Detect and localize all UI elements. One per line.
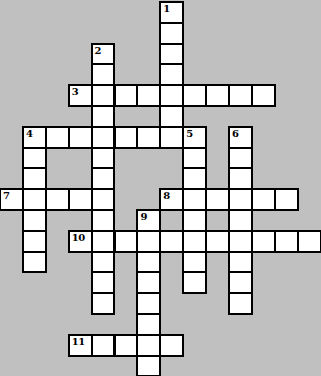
crossword-cell-r7c8[interactable] <box>182 147 207 170</box>
clue-number-4: 4 <box>26 128 32 139</box>
crossword-cell-r9c4[interactable] <box>91 188 116 211</box>
crossword-cell-r14c6[interactable] <box>136 292 161 315</box>
crossword-cell-r6c1[interactable]: 4 <box>22 126 47 149</box>
crossword-cell-r2c4[interactable]: 2 <box>91 43 116 66</box>
crossword-cell-r16c6[interactable] <box>136 334 161 357</box>
crossword-cell-r11c7[interactable] <box>159 230 184 253</box>
crossword-cell-r9c0[interactable]: 7 <box>0 188 24 211</box>
crossword-cell-r11c11[interactable] <box>251 230 276 253</box>
crossword-cell-r8c8[interactable] <box>182 167 207 190</box>
crossword-cell-r11c6[interactable] <box>136 230 161 253</box>
crossword-cell-r9c1[interactable] <box>22 188 47 211</box>
crossword-cell-r6c7[interactable] <box>159 126 184 149</box>
clue-number-11: 11 <box>72 336 85 347</box>
crossword-cell-r11c10[interactable] <box>228 230 253 253</box>
crossword-cell-r16c3[interactable]: 11 <box>68 334 93 357</box>
crossword-cell-r4c3[interactable]: 3 <box>68 84 93 107</box>
crossword-cell-r12c10[interactable] <box>228 251 253 274</box>
crossword-cell-r12c4[interactable] <box>91 251 116 274</box>
crossword-cell-r16c4[interactable] <box>91 334 116 357</box>
crossword-cell-r8c1[interactable] <box>22 167 47 190</box>
crossword-cell-r9c10[interactable] <box>228 188 253 211</box>
crossword-cell-r10c6[interactable]: 9 <box>136 209 161 232</box>
clue-number-1: 1 <box>163 3 169 14</box>
crossword-cell-r9c12[interactable] <box>274 188 299 211</box>
crossword-cell-r10c1[interactable] <box>22 209 47 232</box>
crossword-cell-r11c1[interactable] <box>22 230 47 253</box>
crossword-cell-r9c3[interactable] <box>68 188 93 211</box>
crossword-cell-r11c3[interactable]: 10 <box>68 230 93 253</box>
crossword-cell-r5c7[interactable] <box>159 105 184 128</box>
crossword-cell-r12c6[interactable] <box>136 251 161 274</box>
crossword-cell-r4c11[interactable] <box>251 84 276 107</box>
crossword-cell-r11c12[interactable] <box>274 230 299 253</box>
crossword-cell-r17c6[interactable] <box>136 355 161 376</box>
clue-number-9: 9 <box>140 211 146 222</box>
crossword-cell-r11c8[interactable] <box>182 230 207 253</box>
crossword-cell-r14c10[interactable] <box>228 292 253 315</box>
crossword-cell-r9c2[interactable] <box>45 188 70 211</box>
crossword-cell-r3c7[interactable] <box>159 63 184 86</box>
crossword-cell-r9c7[interactable]: 8 <box>159 188 184 211</box>
crossword-cell-r5c4[interactable] <box>91 105 116 128</box>
crossword-cell-r6c10[interactable]: 6 <box>228 126 253 149</box>
clue-number-5: 5 <box>186 128 192 139</box>
crossword-cell-r10c4[interactable] <box>91 209 116 232</box>
crossword-cell-r4c6[interactable] <box>136 84 161 107</box>
crossword-cell-r6c6[interactable] <box>136 126 161 149</box>
crossword-cell-r13c8[interactable] <box>182 271 207 294</box>
crossword-cell-r13c6[interactable] <box>136 271 161 294</box>
clue-number-3: 3 <box>72 86 78 97</box>
clue-number-7: 7 <box>3 190 9 201</box>
crossword-cell-r11c9[interactable] <box>205 230 230 253</box>
crossword-cell-r9c9[interactable] <box>205 188 230 211</box>
crossword-cell-r8c4[interactable] <box>91 167 116 190</box>
crossword-cell-r14c4[interactable] <box>91 292 116 315</box>
crossword-cell-r13c4[interactable] <box>91 271 116 294</box>
crossword-cell-r6c8[interactable]: 5 <box>182 126 207 149</box>
clue-number-10: 10 <box>72 232 85 243</box>
crossword-cell-r2c7[interactable] <box>159 43 184 66</box>
crossword-cell-r13c10[interactable] <box>228 271 253 294</box>
crossword-cell-r12c1[interactable] <box>22 251 47 274</box>
crossword-cell-r16c7[interactable] <box>159 334 184 357</box>
crossword-cell-r6c5[interactable] <box>114 126 139 149</box>
crossword-cell-r6c4[interactable] <box>91 126 116 149</box>
crossword-cell-r9c8[interactable] <box>182 188 207 211</box>
crossword-cell-r15c6[interactable] <box>136 313 161 336</box>
crossword-cell-r8c10[interactable] <box>228 167 253 190</box>
crossword-cell-r3c4[interactable] <box>91 63 116 86</box>
crossword-cell-r4c5[interactable] <box>114 84 139 107</box>
crossword-cell-r11c13[interactable] <box>297 230 321 253</box>
crossword-cell-r0c7[interactable]: 1 <box>159 1 184 24</box>
clue-number-2: 2 <box>95 45 101 56</box>
crossword-cell-r10c8[interactable] <box>182 209 207 232</box>
crossword-cell-r11c5[interactable] <box>114 230 139 253</box>
clue-number-6: 6 <box>232 128 238 139</box>
crossword-board: 1234567891011 <box>0 0 321 376</box>
crossword-cell-r4c9[interactable] <box>205 84 230 107</box>
crossword-cell-r16c5[interactable] <box>114 334 139 357</box>
crossword-cell-r4c7[interactable] <box>159 84 184 107</box>
crossword-cell-r4c8[interactable] <box>182 84 207 107</box>
crossword-cell-r11c4[interactable] <box>91 230 116 253</box>
crossword-cell-r10c10[interactable] <box>228 209 253 232</box>
crossword-cell-r7c10[interactable] <box>228 147 253 170</box>
crossword-cell-r7c1[interactable] <box>22 147 47 170</box>
crossword-cell-r1c7[interactable] <box>159 22 184 45</box>
crossword-cell-r12c8[interactable] <box>182 251 207 274</box>
crossword-cell-r6c2[interactable] <box>45 126 70 149</box>
crossword-cell-r7c4[interactable] <box>91 147 116 170</box>
crossword-cell-r6c3[interactable] <box>68 126 93 149</box>
crossword-cell-r4c4[interactable] <box>91 84 116 107</box>
crossword-cell-r4c10[interactable] <box>228 84 253 107</box>
clue-number-8: 8 <box>163 190 169 201</box>
crossword-cell-r9c11[interactable] <box>251 188 276 211</box>
